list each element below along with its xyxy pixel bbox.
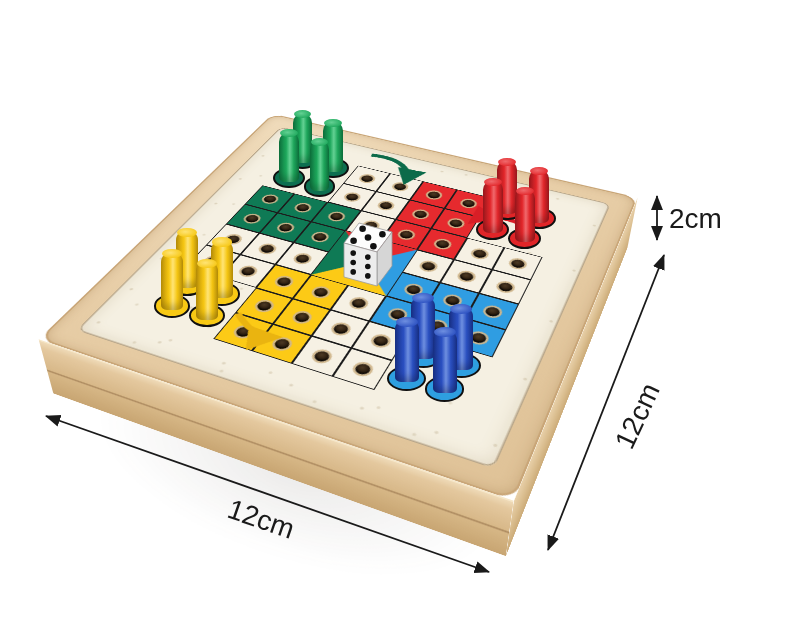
- die-pip: [365, 234, 372, 241]
- die-pip: [379, 231, 386, 238]
- die-pip: [350, 250, 356, 256]
- yellow-peg-top: [197, 259, 217, 268]
- yellow-peg-top: [177, 228, 197, 237]
- blue-peg: [395, 319, 419, 382]
- die-pip: [370, 243, 377, 250]
- green-peg-top: [280, 129, 297, 137]
- green-peg-top: [324, 119, 341, 127]
- die-pip: [365, 273, 371, 279]
- yellow-peg-top: [212, 237, 232, 246]
- green-peg: [279, 132, 298, 183]
- yellow-peg: [196, 261, 218, 319]
- die-pip: [359, 226, 366, 233]
- red-peg: [483, 180, 503, 233]
- red-peg-top: [516, 187, 534, 196]
- green-peg-top: [311, 138, 328, 146]
- yellow-peg: [161, 252, 183, 310]
- die: [328, 193, 420, 297]
- pegs-layer: [0, 0, 800, 638]
- die-pip: [350, 238, 357, 245]
- die-pip: [350, 260, 356, 266]
- red-peg-top: [484, 178, 502, 187]
- product-photo-scene: 2cm 12cm 12cm: [0, 0, 800, 638]
- green-peg: [310, 140, 329, 191]
- die-pip: [365, 264, 371, 270]
- die-pip: [350, 269, 356, 275]
- blue-peg-top: [396, 317, 418, 327]
- die-pip: [365, 254, 371, 260]
- red-peg: [515, 189, 535, 242]
- blue-peg: [433, 330, 457, 393]
